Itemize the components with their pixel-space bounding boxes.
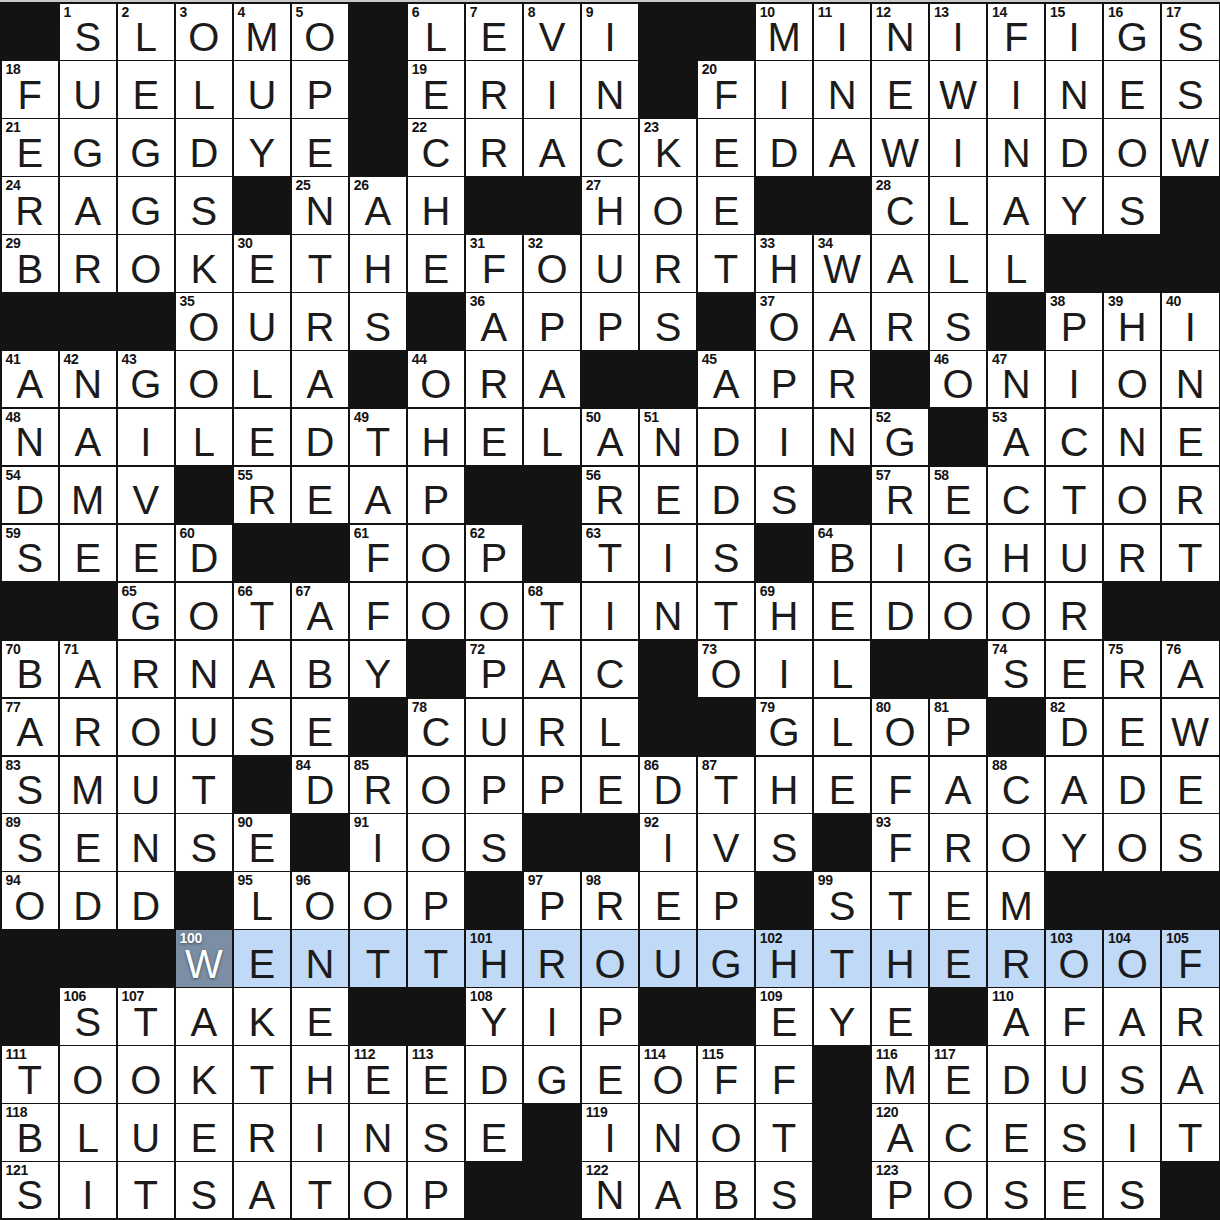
cell-r15-c8[interactable]: O bbox=[408, 814, 465, 870]
cell-r15-c19[interactable]: Y bbox=[1046, 814, 1103, 870]
cell-r16-c15[interactable]: 99S bbox=[814, 872, 871, 928]
cell-r14-c17[interactable]: A bbox=[930, 757, 987, 813]
cell-r14-c10[interactable]: P bbox=[524, 757, 581, 813]
cell-r10-c19[interactable]: U bbox=[1046, 525, 1103, 581]
cell-r6-c21[interactable]: 40I bbox=[1162, 293, 1219, 349]
cell-r13-c2[interactable]: R bbox=[60, 699, 117, 755]
cell-r1-c10[interactable]: 8V bbox=[524, 4, 581, 60]
cell-r18-c3[interactable]: 107T bbox=[118, 988, 175, 1044]
cell-r3-c18[interactable]: N bbox=[988, 119, 1045, 175]
cell-r21-c20[interactable]: S bbox=[1104, 1162, 1161, 1218]
cell-r19-c8[interactable]: 113E bbox=[408, 1046, 465, 1102]
cell-r8-c4[interactable]: L bbox=[176, 409, 233, 465]
cell-r11-c3[interactable]: 65G bbox=[118, 583, 175, 639]
cell-r6-c19[interactable]: 38P bbox=[1046, 293, 1103, 349]
cell-r10-c20[interactable]: R bbox=[1104, 525, 1161, 581]
cell-r20-c7[interactable]: N bbox=[350, 1104, 407, 1160]
cell-r3-c14[interactable]: D bbox=[756, 119, 813, 175]
cell-r13-c4[interactable]: U bbox=[176, 699, 233, 755]
cell-r12-c15[interactable]: L bbox=[814, 641, 871, 697]
cell-r15-c16[interactable]: 93F bbox=[872, 814, 929, 870]
cell-r12-c13[interactable]: 73O bbox=[698, 641, 755, 697]
cell-r20-c5[interactable]: R bbox=[234, 1104, 291, 1160]
cell-r17-c7[interactable]: T bbox=[350, 930, 407, 986]
cell-r10-c21[interactable]: T bbox=[1162, 525, 1219, 581]
cell-r11-c7[interactable]: F bbox=[350, 583, 407, 639]
cell-r18-c6[interactable]: E bbox=[292, 988, 349, 1044]
cell-r17-c9[interactable]: 101H bbox=[466, 930, 523, 986]
cell-r17-c8[interactable]: T bbox=[408, 930, 465, 986]
cell-r16-c17[interactable]: E bbox=[930, 872, 987, 928]
cell-r19-c10[interactable]: G bbox=[524, 1046, 581, 1102]
cell-r15-c17[interactable]: R bbox=[930, 814, 987, 870]
cell-r21-c16[interactable]: 123P bbox=[872, 1162, 929, 1218]
cell-r9-c19[interactable]: T bbox=[1046, 467, 1103, 523]
cell-r17-c19[interactable]: 103O bbox=[1046, 930, 1103, 986]
cell-r17-c18[interactable]: R bbox=[988, 930, 1045, 986]
cell-r5-c5[interactable]: 30E bbox=[234, 235, 291, 291]
cell-r18-c9[interactable]: 108Y bbox=[466, 988, 523, 1044]
cell-r11-c16[interactable]: D bbox=[872, 583, 929, 639]
cell-r8-c9[interactable]: E bbox=[466, 409, 523, 465]
cell-r19-c20[interactable]: S bbox=[1104, 1046, 1161, 1102]
cell-r8-c20[interactable]: N bbox=[1104, 409, 1161, 465]
cell-r14-c6[interactable]: 84D bbox=[292, 757, 349, 813]
cell-r10-c1[interactable]: 59S bbox=[2, 525, 59, 581]
cell-r16-c12[interactable]: E bbox=[640, 872, 697, 928]
cell-r10-c16[interactable]: I bbox=[872, 525, 929, 581]
cell-r4-c8[interactable]: H bbox=[408, 177, 465, 233]
cell-r7-c21[interactable]: N bbox=[1162, 351, 1219, 407]
cell-r14-c19[interactable]: A bbox=[1046, 757, 1103, 813]
cell-r2-c6[interactable]: P bbox=[292, 61, 349, 117]
cell-r16-c2[interactable]: D bbox=[60, 872, 117, 928]
cell-r3-c6[interactable]: E bbox=[292, 119, 349, 175]
cell-r13-c20[interactable]: E bbox=[1104, 699, 1161, 755]
cell-r5-c11[interactable]: U bbox=[582, 235, 639, 291]
cell-r2-c16[interactable]: E bbox=[872, 61, 929, 117]
cell-r4-c11[interactable]: 27H bbox=[582, 177, 639, 233]
cell-r20-c9[interactable]: E bbox=[466, 1104, 523, 1160]
cell-r1-c4[interactable]: 3O bbox=[176, 4, 233, 60]
cell-r17-c17[interactable]: E bbox=[930, 930, 987, 986]
cell-r4-c3[interactable]: G bbox=[118, 177, 175, 233]
cell-r7-c4[interactable]: O bbox=[176, 351, 233, 407]
cell-r15-c18[interactable]: O bbox=[988, 814, 1045, 870]
cell-r10-c4[interactable]: 60D bbox=[176, 525, 233, 581]
cell-r15-c2[interactable]: E bbox=[60, 814, 117, 870]
cell-r5-c2[interactable]: R bbox=[60, 235, 117, 291]
cell-r19-c12[interactable]: 114O bbox=[640, 1046, 697, 1102]
cell-r21-c6[interactable]: T bbox=[292, 1162, 349, 1218]
cell-r4-c13[interactable]: E bbox=[698, 177, 755, 233]
cell-r1-c3[interactable]: 2L bbox=[118, 4, 175, 60]
cell-r11-c6[interactable]: 67A bbox=[292, 583, 349, 639]
cell-r7-c20[interactable]: O bbox=[1104, 351, 1161, 407]
cell-r11-c10[interactable]: 68T bbox=[524, 583, 581, 639]
cell-r14-c14[interactable]: H bbox=[756, 757, 813, 813]
cell-r7-c3[interactable]: 43G bbox=[118, 351, 175, 407]
cell-r8-c11[interactable]: 50A bbox=[582, 409, 639, 465]
cell-r13-c10[interactable]: R bbox=[524, 699, 581, 755]
cell-r15-c9[interactable]: S bbox=[466, 814, 523, 870]
cell-r18-c15[interactable]: Y bbox=[814, 988, 871, 1044]
cell-r14-c7[interactable]: 85R bbox=[350, 757, 407, 813]
cell-r20-c11[interactable]: 119I bbox=[582, 1104, 639, 1160]
cell-r11-c14[interactable]: 69H bbox=[756, 583, 813, 639]
cell-r14-c15[interactable]: E bbox=[814, 757, 871, 813]
cell-r1-c8[interactable]: 6L bbox=[408, 4, 465, 60]
cell-r14-c8[interactable]: O bbox=[408, 757, 465, 813]
cell-r21-c12[interactable]: A bbox=[640, 1162, 697, 1218]
cell-r3-c15[interactable]: A bbox=[814, 119, 871, 175]
cell-r19-c16[interactable]: 116M bbox=[872, 1046, 929, 1102]
cell-r19-c18[interactable]: D bbox=[988, 1046, 1045, 1102]
cell-r3-c3[interactable]: G bbox=[118, 119, 175, 175]
cell-r19-c3[interactable]: O bbox=[118, 1046, 175, 1102]
cell-r7-c18[interactable]: 47N bbox=[988, 351, 1045, 407]
cell-r13-c3[interactable]: O bbox=[118, 699, 175, 755]
cell-r14-c16[interactable]: F bbox=[872, 757, 929, 813]
cell-r6-c10[interactable]: P bbox=[524, 293, 581, 349]
cell-r16-c3[interactable]: D bbox=[118, 872, 175, 928]
cell-r3-c9[interactable]: R bbox=[466, 119, 523, 175]
cell-r6-c5[interactable]: U bbox=[234, 293, 291, 349]
cell-r19-c13[interactable]: 115F bbox=[698, 1046, 755, 1102]
cell-r15-c4[interactable]: S bbox=[176, 814, 233, 870]
cell-r5-c4[interactable]: K bbox=[176, 235, 233, 291]
cell-r8-c18[interactable]: 53A bbox=[988, 409, 1045, 465]
cell-r1-c5[interactable]: 4M bbox=[234, 4, 291, 60]
cell-r21-c3[interactable]: T bbox=[118, 1162, 175, 1218]
cell-r20-c17[interactable]: C bbox=[930, 1104, 987, 1160]
cell-r18-c14[interactable]: 109E bbox=[756, 988, 813, 1044]
cell-r8-c5[interactable]: E bbox=[234, 409, 291, 465]
cell-r5-c6[interactable]: T bbox=[292, 235, 349, 291]
cell-r4-c17[interactable]: L bbox=[930, 177, 987, 233]
cell-r11-c13[interactable]: T bbox=[698, 583, 755, 639]
cell-r9-c20[interactable]: O bbox=[1104, 467, 1161, 523]
cell-r6-c17[interactable]: S bbox=[930, 293, 987, 349]
cell-r2-c21[interactable]: S bbox=[1162, 61, 1219, 117]
cell-r2-c17[interactable]: W bbox=[930, 61, 987, 117]
cell-r4-c4[interactable]: S bbox=[176, 177, 233, 233]
cell-r13-c16[interactable]: 80O bbox=[872, 699, 929, 755]
cell-r2-c1[interactable]: 18F bbox=[2, 61, 59, 117]
cell-r19-c7[interactable]: 112E bbox=[350, 1046, 407, 1102]
cell-r8-c13[interactable]: D bbox=[698, 409, 755, 465]
cell-r16-c13[interactable]: P bbox=[698, 872, 755, 928]
cell-r14-c3[interactable]: U bbox=[118, 757, 175, 813]
cell-r18-c21[interactable]: R bbox=[1162, 988, 1219, 1044]
cell-r1-c6[interactable]: 5O bbox=[292, 4, 349, 60]
cell-r7-c2[interactable]: 42N bbox=[60, 351, 117, 407]
cell-r3-c20[interactable]: O bbox=[1104, 119, 1161, 175]
cell-r9-c11[interactable]: 56R bbox=[582, 467, 639, 523]
cell-r20-c2[interactable]: L bbox=[60, 1104, 117, 1160]
cell-r15-c7[interactable]: 91I bbox=[350, 814, 407, 870]
cell-r9-c21[interactable]: R bbox=[1162, 467, 1219, 523]
cell-r1-c9[interactable]: 7E bbox=[466, 4, 523, 60]
cell-r19-c5[interactable]: T bbox=[234, 1046, 291, 1102]
cell-r4-c20[interactable]: S bbox=[1104, 177, 1161, 233]
cell-r14-c12[interactable]: 86D bbox=[640, 757, 697, 813]
cell-r1-c21[interactable]: 17S bbox=[1162, 4, 1219, 60]
cell-r5-c8[interactable]: E bbox=[408, 235, 465, 291]
cell-r9-c8[interactable]: P bbox=[408, 467, 465, 523]
cell-r12-c9[interactable]: 72P bbox=[466, 641, 523, 697]
cell-r21-c8[interactable]: P bbox=[408, 1162, 465, 1218]
cell-r3-c13[interactable]: E bbox=[698, 119, 755, 175]
cell-r11-c12[interactable]: N bbox=[640, 583, 697, 639]
cell-r19-c4[interactable]: K bbox=[176, 1046, 233, 1102]
cell-r19-c9[interactable]: D bbox=[466, 1046, 523, 1102]
cell-r16-c18[interactable]: M bbox=[988, 872, 1045, 928]
cell-r16-c11[interactable]: 98R bbox=[582, 872, 639, 928]
cell-r8-c3[interactable]: I bbox=[118, 409, 175, 465]
cell-r17-c14[interactable]: 102H bbox=[756, 930, 813, 986]
cell-r12-c4[interactable]: N bbox=[176, 641, 233, 697]
cell-r9-c3[interactable]: V bbox=[118, 467, 175, 523]
cell-r13-c19[interactable]: 82D bbox=[1046, 699, 1103, 755]
cell-r10-c3[interactable]: E bbox=[118, 525, 175, 581]
cell-r10-c7[interactable]: 61F bbox=[350, 525, 407, 581]
cell-r17-c16[interactable]: H bbox=[872, 930, 929, 986]
cell-r8-c2[interactable]: A bbox=[60, 409, 117, 465]
cell-r8-c7[interactable]: 49T bbox=[350, 409, 407, 465]
cell-r19-c11[interactable]: E bbox=[582, 1046, 639, 1102]
cell-r6-c7[interactable]: S bbox=[350, 293, 407, 349]
cell-r8-c12[interactable]: 51N bbox=[640, 409, 697, 465]
cell-r5-c1[interactable]: 29B bbox=[2, 235, 59, 291]
cell-r20-c4[interactable]: E bbox=[176, 1104, 233, 1160]
cell-r1-c14[interactable]: 10M bbox=[756, 4, 813, 60]
cell-r20-c6[interactable]: I bbox=[292, 1104, 349, 1160]
cell-r19-c1[interactable]: 111T bbox=[2, 1046, 59, 1102]
cell-r8-c8[interactable]: H bbox=[408, 409, 465, 465]
cell-r3-c4[interactable]: D bbox=[176, 119, 233, 175]
cell-r8-c10[interactable]: L bbox=[524, 409, 581, 465]
cell-r2-c2[interactable]: U bbox=[60, 61, 117, 117]
cell-r8-c1[interactable]: 48N bbox=[2, 409, 59, 465]
cell-r20-c18[interactable]: E bbox=[988, 1104, 1045, 1160]
cell-r14-c18[interactable]: 88C bbox=[988, 757, 1045, 813]
cell-r6-c15[interactable]: A bbox=[814, 293, 871, 349]
cell-r1-c16[interactable]: 12N bbox=[872, 4, 929, 60]
cell-r21-c18[interactable]: S bbox=[988, 1162, 1045, 1218]
cell-r11-c9[interactable]: O bbox=[466, 583, 523, 639]
cell-r4-c6[interactable]: 25N bbox=[292, 177, 349, 233]
cell-r7-c1[interactable]: 41A bbox=[2, 351, 59, 407]
cell-r7-c17[interactable]: 46O bbox=[930, 351, 987, 407]
cell-r3-c17[interactable]: I bbox=[930, 119, 987, 175]
cell-r10-c18[interactable]: H bbox=[988, 525, 1045, 581]
cell-r21-c17[interactable]: O bbox=[930, 1162, 987, 1218]
cell-r8-c6[interactable]: D bbox=[292, 409, 349, 465]
cell-r7-c9[interactable]: R bbox=[466, 351, 523, 407]
cell-r21-c7[interactable]: O bbox=[350, 1162, 407, 1218]
cell-r3-c2[interactable]: G bbox=[60, 119, 117, 175]
cell-r10-c11[interactable]: 63T bbox=[582, 525, 639, 581]
cell-r7-c8[interactable]: 44O bbox=[408, 351, 465, 407]
cell-r16-c7[interactable]: O bbox=[350, 872, 407, 928]
cell-r6-c6[interactable]: R bbox=[292, 293, 349, 349]
cell-r16-c6[interactable]: 96O bbox=[292, 872, 349, 928]
cell-r16-c8[interactable]: P bbox=[408, 872, 465, 928]
cell-r19-c19[interactable]: U bbox=[1046, 1046, 1103, 1102]
cell-r5-c3[interactable]: O bbox=[118, 235, 175, 291]
cell-r2-c20[interactable]: E bbox=[1104, 61, 1161, 117]
cell-r12-c6[interactable]: B bbox=[292, 641, 349, 697]
cell-r18-c16[interactable]: E bbox=[872, 988, 929, 1044]
cell-r11-c19[interactable]: R bbox=[1046, 583, 1103, 639]
cell-r1-c11[interactable]: 9I bbox=[582, 4, 639, 60]
cell-r17-c11[interactable]: O bbox=[582, 930, 639, 986]
cell-r13-c14[interactable]: 79G bbox=[756, 699, 813, 755]
cell-r9-c13[interactable]: D bbox=[698, 467, 755, 523]
cell-r10-c13[interactable]: S bbox=[698, 525, 755, 581]
cell-r15-c13[interactable]: V bbox=[698, 814, 755, 870]
cell-r20-c19[interactable]: S bbox=[1046, 1104, 1103, 1160]
cell-r18-c10[interactable]: I bbox=[524, 988, 581, 1044]
cell-r3-c8[interactable]: 22C bbox=[408, 119, 465, 175]
cell-r16-c16[interactable]: T bbox=[872, 872, 929, 928]
cell-r20-c12[interactable]: N bbox=[640, 1104, 697, 1160]
cell-r17-c21[interactable]: 105F bbox=[1162, 930, 1219, 986]
cell-r3-c5[interactable]: Y bbox=[234, 119, 291, 175]
cell-r11-c15[interactable]: E bbox=[814, 583, 871, 639]
cell-r12-c11[interactable]: C bbox=[582, 641, 639, 697]
cell-r17-c20[interactable]: 104O bbox=[1104, 930, 1161, 986]
cell-r14-c11[interactable]: E bbox=[582, 757, 639, 813]
cell-r13-c15[interactable]: L bbox=[814, 699, 871, 755]
cell-r10-c8[interactable]: O bbox=[408, 525, 465, 581]
cell-r1-c2[interactable]: 1S bbox=[60, 4, 117, 60]
cell-r3-c12[interactable]: 23K bbox=[640, 119, 697, 175]
cell-r20-c14[interactable]: T bbox=[756, 1104, 813, 1160]
cell-r14-c9[interactable]: P bbox=[466, 757, 523, 813]
cell-r10-c9[interactable]: 62P bbox=[466, 525, 523, 581]
cell-r5-c7[interactable]: H bbox=[350, 235, 407, 291]
cell-r17-c5[interactable]: E bbox=[234, 930, 291, 986]
cell-r2-c3[interactable]: E bbox=[118, 61, 175, 117]
cell-r6-c20[interactable]: 39H bbox=[1104, 293, 1161, 349]
cell-r7-c5[interactable]: L bbox=[234, 351, 291, 407]
cell-r8-c16[interactable]: 52G bbox=[872, 409, 929, 465]
cell-r4-c19[interactable]: Y bbox=[1046, 177, 1103, 233]
cell-r8-c19[interactable]: C bbox=[1046, 409, 1103, 465]
cell-r20-c1[interactable]: 118B bbox=[2, 1104, 59, 1160]
cell-r9-c2[interactable]: M bbox=[60, 467, 117, 523]
cell-r5-c10[interactable]: 32O bbox=[524, 235, 581, 291]
cell-r9-c17[interactable]: 58E bbox=[930, 467, 987, 523]
cell-r21-c4[interactable]: S bbox=[176, 1162, 233, 1218]
cell-r9-c14[interactable]: S bbox=[756, 467, 813, 523]
cell-r19-c6[interactable]: H bbox=[292, 1046, 349, 1102]
cell-r2-c4[interactable]: L bbox=[176, 61, 233, 117]
cell-r9-c16[interactable]: 57R bbox=[872, 467, 929, 523]
cell-r20-c20[interactable]: I bbox=[1104, 1104, 1161, 1160]
cell-r8-c14[interactable]: I bbox=[756, 409, 813, 465]
cell-r20-c16[interactable]: 120A bbox=[872, 1104, 929, 1160]
cell-r7-c10[interactable]: A bbox=[524, 351, 581, 407]
cell-r16-c10[interactable]: 97P bbox=[524, 872, 581, 928]
cell-r1-c15[interactable]: 11I bbox=[814, 4, 871, 60]
cell-r10-c12[interactable]: I bbox=[640, 525, 697, 581]
cell-r2-c11[interactable]: N bbox=[582, 61, 639, 117]
cell-r11-c4[interactable]: O bbox=[176, 583, 233, 639]
cell-r18-c20[interactable]: A bbox=[1104, 988, 1161, 1044]
cell-r12-c2[interactable]: 71A bbox=[60, 641, 117, 697]
cell-r17-c4[interactable]: 100W bbox=[176, 930, 233, 986]
cell-r19-c17[interactable]: 117E bbox=[930, 1046, 987, 1102]
cell-r12-c7[interactable]: Y bbox=[350, 641, 407, 697]
cell-r18-c18[interactable]: 110A bbox=[988, 988, 1045, 1044]
cell-r4-c1[interactable]: 24R bbox=[2, 177, 59, 233]
cell-r13-c1[interactable]: 77A bbox=[2, 699, 59, 755]
cell-r20-c8[interactable]: S bbox=[408, 1104, 465, 1160]
cell-r6-c4[interactable]: 35O bbox=[176, 293, 233, 349]
cell-r7-c14[interactable]: P bbox=[756, 351, 813, 407]
cell-r13-c8[interactable]: 78C bbox=[408, 699, 465, 755]
cell-r1-c17[interactable]: 13I bbox=[930, 4, 987, 60]
cell-r12-c1[interactable]: 70B bbox=[2, 641, 59, 697]
cell-r4-c2[interactable]: A bbox=[60, 177, 117, 233]
cell-r1-c18[interactable]: 14F bbox=[988, 4, 1045, 60]
cell-r9-c1[interactable]: 54D bbox=[2, 467, 59, 523]
cell-r21-c5[interactable]: A bbox=[234, 1162, 291, 1218]
cell-r12-c20[interactable]: 75R bbox=[1104, 641, 1161, 697]
cell-r11-c18[interactable]: O bbox=[988, 583, 1045, 639]
cell-r21-c1[interactable]: 121S bbox=[2, 1162, 59, 1218]
cell-r10-c2[interactable]: E bbox=[60, 525, 117, 581]
cell-r4-c16[interactable]: 28C bbox=[872, 177, 929, 233]
cell-r19-c2[interactable]: O bbox=[60, 1046, 117, 1102]
cell-r2-c10[interactable]: I bbox=[524, 61, 581, 117]
cell-r15-c1[interactable]: 89S bbox=[2, 814, 59, 870]
cell-r17-c10[interactable]: R bbox=[524, 930, 581, 986]
cell-r9-c12[interactable]: E bbox=[640, 467, 697, 523]
cell-r14-c2[interactable]: M bbox=[60, 757, 117, 813]
cell-r13-c5[interactable]: S bbox=[234, 699, 291, 755]
cell-r12-c3[interactable]: R bbox=[118, 641, 175, 697]
cell-r21-c2[interactable]: I bbox=[60, 1162, 117, 1218]
cell-r14-c13[interactable]: 87T bbox=[698, 757, 755, 813]
cell-r17-c12[interactable]: U bbox=[640, 930, 697, 986]
cell-r3-c11[interactable]: C bbox=[582, 119, 639, 175]
cell-r15-c21[interactable]: S bbox=[1162, 814, 1219, 870]
cell-r2-c9[interactable]: R bbox=[466, 61, 523, 117]
cell-r6-c14[interactable]: 37O bbox=[756, 293, 813, 349]
cell-r20-c21[interactable]: T bbox=[1162, 1104, 1219, 1160]
cell-r2-c8[interactable]: 19E bbox=[408, 61, 465, 117]
cell-r5-c17[interactable]: L bbox=[930, 235, 987, 291]
cell-r11-c11[interactable]: I bbox=[582, 583, 639, 639]
cell-r13-c11[interactable]: L bbox=[582, 699, 639, 755]
cell-r5-c12[interactable]: R bbox=[640, 235, 697, 291]
cell-r2-c5[interactable]: U bbox=[234, 61, 291, 117]
cell-r20-c3[interactable]: U bbox=[118, 1104, 175, 1160]
cell-r7-c13[interactable]: 45A bbox=[698, 351, 755, 407]
cell-r18-c19[interactable]: F bbox=[1046, 988, 1103, 1044]
cell-r12-c21[interactable]: 76A bbox=[1162, 641, 1219, 697]
cell-r3-c16[interactable]: W bbox=[872, 119, 929, 175]
cell-r19-c21[interactable]: A bbox=[1162, 1046, 1219, 1102]
cell-r13-c17[interactable]: 81P bbox=[930, 699, 987, 755]
cell-r12-c18[interactable]: 74S bbox=[988, 641, 1045, 697]
cell-r14-c21[interactable]: E bbox=[1162, 757, 1219, 813]
cell-r13-c9[interactable]: U bbox=[466, 699, 523, 755]
